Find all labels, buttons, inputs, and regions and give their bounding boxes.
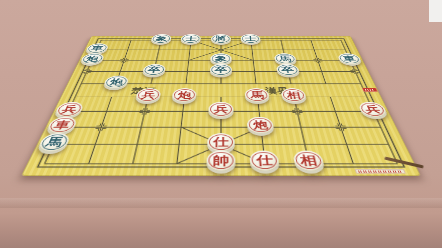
piece-character: 馬	[278, 56, 291, 62]
piece-character: 車	[53, 120, 72, 130]
piece-black-chariot[interactable]: 車	[85, 43, 110, 53]
piece-black-elephant[interactable]: 象	[210, 53, 232, 64]
pieces-layer: 象士將士車炮象馬車卒卒卒炮兵炮馬相兵兵兵車炮馬仕帥仕相	[17, 36, 424, 174]
piece-red-elephant[interactable]: 相	[292, 151, 325, 171]
piece-character: 炮	[253, 120, 269, 130]
piece-character: 兵	[141, 91, 156, 99]
piece-character: 仕	[256, 155, 274, 167]
piece-character: 帥	[213, 155, 230, 167]
tablecloth-crease	[0, 198, 442, 208]
piece-red-soldier[interactable]: 兵	[53, 102, 85, 117]
piece-black-advisor[interactable]: 士	[241, 34, 262, 43]
piece-red-horse[interactable]: 馬	[245, 88, 270, 102]
piece-character: 象	[155, 36, 167, 42]
piece-red-advisor[interactable]: 仕	[207, 133, 235, 151]
background-object	[429, 0, 442, 22]
piece-black-advisor[interactable]: 士	[181, 34, 202, 43]
piece-black-soldier[interactable]: 卒	[276, 64, 301, 76]
piece-character: 兵	[60, 105, 78, 114]
piece-black-elephant[interactable]: 象	[150, 34, 172, 43]
piece-red-elephant[interactable]: 相	[280, 88, 307, 102]
piece-character: 馬	[44, 136, 64, 147]
piece-black-soldier[interactable]: 卒	[142, 64, 167, 76]
piece-red-cannon[interactable]: 炮	[247, 117, 275, 133]
piece-black-cannon[interactable]: 炮	[79, 53, 105, 64]
piece-character: 炮	[85, 56, 100, 62]
piece-character: 士	[245, 36, 257, 42]
xiangqi-board: 楚河 漢界 象士將士車炮象馬車卒卒卒炮兵炮馬相兵兵兵車炮馬仕帥仕相	[21, 36, 421, 176]
piece-character: 相	[299, 155, 318, 167]
piece-character: 將	[215, 36, 226, 42]
edge-brand-label	[355, 169, 406, 174]
piece-character: 炮	[177, 91, 191, 99]
piece-red-advisor[interactable]: 仕	[250, 151, 281, 171]
piece-character: 卒	[281, 66, 295, 73]
piece-character: 相	[286, 91, 301, 99]
piece-red-soldier[interactable]: 兵	[135, 88, 162, 102]
piece-character: 車	[90, 45, 104, 51]
piece-character: 兵	[214, 105, 228, 114]
piece-red-cannon[interactable]: 炮	[172, 88, 197, 102]
piece-red-soldier[interactable]: 兵	[208, 102, 234, 117]
piece-red-soldier[interactable]: 兵	[357, 102, 389, 117]
piece-red-chariot[interactable]: 車	[45, 117, 79, 133]
piece-black-horse[interactable]: 馬	[274, 53, 298, 64]
piece-black-cannon[interactable]: 炮	[103, 76, 130, 89]
piece-character: 象	[215, 56, 227, 62]
piece-character: 士	[185, 36, 197, 42]
piece-character: 馬	[250, 91, 264, 99]
board-surface: 楚河 漢界 象士將士車炮象馬車卒卒卒炮兵炮馬相兵兵兵車炮馬仕帥仕相	[21, 36, 421, 176]
brand-sticker	[362, 88, 378, 92]
piece-character: 仕	[213, 136, 229, 147]
piece-character: 卒	[215, 66, 228, 73]
piece-character: 車	[342, 56, 357, 62]
piece-character: 卒	[147, 66, 161, 73]
piece-character: 兵	[363, 105, 381, 114]
piece-black-soldier[interactable]: 卒	[210, 64, 232, 76]
piece-black-general[interactable]: 將	[211, 34, 231, 43]
piece-red-general[interactable]: 帥	[206, 151, 236, 171]
piece-black-chariot[interactable]: 車	[337, 53, 363, 64]
piece-character: 炮	[109, 78, 125, 86]
piece-black-horse[interactable]: 馬	[36, 133, 72, 151]
